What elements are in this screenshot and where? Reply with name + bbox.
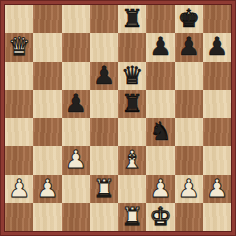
square-c1[interactable] [62,203,90,231]
square-d4[interactable] [90,118,118,146]
square-d7[interactable] [90,33,118,61]
square-h3[interactable] [203,146,231,174]
square-e8[interactable]: ♜ [118,5,146,33]
square-a6[interactable] [5,62,33,90]
square-f5[interactable] [146,90,174,118]
piece-black-queen-e6[interactable]: ♛ [121,62,143,90]
square-a3[interactable] [5,146,33,174]
square-c7[interactable] [62,33,90,61]
piece-black-pawn-c5[interactable]: ♟ [64,90,86,118]
square-a2[interactable]: ♟ [5,175,33,203]
square-b7[interactable] [33,33,61,61]
square-e1[interactable]: ♜ [118,203,146,231]
square-b8[interactable] [33,5,61,33]
square-g7[interactable]: ♟ [175,33,203,61]
square-d6[interactable]: ♟ [90,62,118,90]
square-a4[interactable] [5,118,33,146]
square-b1[interactable] [33,203,61,231]
square-h2[interactable]: ♟ [203,175,231,203]
square-c6[interactable] [62,62,90,90]
square-f2[interactable]: ♟ [146,175,174,203]
square-f8[interactable] [146,5,174,33]
piece-black-pawn-g7[interactable]: ♟ [177,33,199,61]
square-c3[interactable]: ♟ [62,146,90,174]
square-f3[interactable] [146,146,174,174]
square-c8[interactable] [62,5,90,33]
square-e4[interactable] [118,118,146,146]
square-g2[interactable]: ♟ [175,175,203,203]
square-e2[interactable] [118,175,146,203]
square-h7[interactable]: ♟ [203,33,231,61]
square-d5[interactable] [90,90,118,118]
square-d1[interactable] [90,203,118,231]
square-c5[interactable]: ♟ [62,90,90,118]
piece-white-pawn-f2[interactable]: ♟ [149,175,171,203]
piece-white-pawn-b2[interactable]: ♟ [36,175,58,203]
board-frame: ♜♚♛♟♟♟♟♛♟♜♞♟♝♟♟♜♟♟♟♜♚ [0,0,236,236]
piece-white-pawn-a2[interactable]: ♟ [8,175,30,203]
square-c4[interactable] [62,118,90,146]
square-a5[interactable] [5,90,33,118]
square-h1[interactable] [203,203,231,231]
piece-white-pawn-g2[interactable]: ♟ [177,175,199,203]
chess-board: ♜♚♛♟♟♟♟♛♟♜♞♟♝♟♟♜♟♟♟♜♚ [5,5,231,231]
square-e7[interactable] [118,33,146,61]
piece-white-rook-e1[interactable]: ♜ [121,203,143,231]
square-f1[interactable]: ♚ [146,203,174,231]
square-g8[interactable]: ♚ [175,5,203,33]
square-b4[interactable] [33,118,61,146]
piece-black-pawn-h7[interactable]: ♟ [206,33,228,61]
square-c2[interactable] [62,175,90,203]
piece-black-rook-e8[interactable]: ♜ [121,5,143,33]
square-g6[interactable] [175,62,203,90]
square-h5[interactable] [203,90,231,118]
square-a1[interactable] [5,203,33,231]
piece-white-bishop-e3[interactable]: ♝ [121,146,143,174]
square-d8[interactable] [90,5,118,33]
square-b3[interactable] [33,146,61,174]
square-f7[interactable]: ♟ [146,33,174,61]
square-e3[interactable]: ♝ [118,146,146,174]
square-h4[interactable] [203,118,231,146]
piece-white-rook-d2[interactable]: ♜ [93,175,115,203]
square-a7[interactable]: ♛ [5,33,33,61]
square-e5[interactable]: ♜ [118,90,146,118]
piece-black-pawn-d6[interactable]: ♟ [93,62,115,90]
piece-white-king-f1[interactable]: ♚ [149,203,171,231]
square-b2[interactable]: ♟ [33,175,61,203]
piece-black-knight-f4[interactable]: ♞ [149,118,171,146]
square-d3[interactable] [90,146,118,174]
piece-black-rook-e5[interactable]: ♜ [121,90,143,118]
square-g5[interactable] [175,90,203,118]
square-d2[interactable]: ♜ [90,175,118,203]
square-g1[interactable] [175,203,203,231]
square-a8[interactable] [5,5,33,33]
square-b6[interactable] [33,62,61,90]
square-e6[interactable]: ♛ [118,62,146,90]
square-g3[interactable] [175,146,203,174]
square-h8[interactable] [203,5,231,33]
piece-white-pawn-c3[interactable]: ♟ [64,146,86,174]
piece-white-pawn-h2[interactable]: ♟ [206,175,228,203]
square-b5[interactable] [33,90,61,118]
piece-white-queen-a7[interactable]: ♛ [8,33,30,61]
piece-black-king-g8[interactable]: ♚ [177,5,199,33]
square-f6[interactable] [146,62,174,90]
square-g4[interactable] [175,118,203,146]
square-f4[interactable]: ♞ [146,118,174,146]
piece-black-pawn-f7[interactable]: ♟ [149,33,171,61]
square-h6[interactable] [203,62,231,90]
